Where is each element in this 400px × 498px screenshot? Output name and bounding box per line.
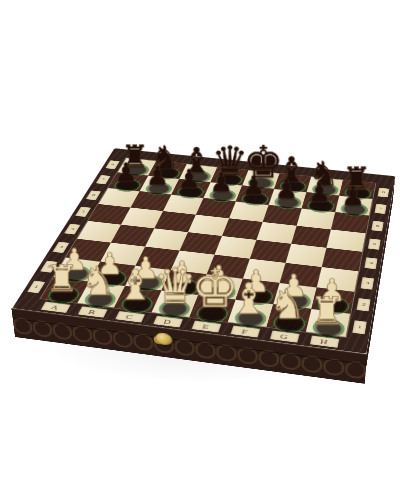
product-photo-scene: ♜♞♝♛♚♝♞♜♟♟♟♟♟♟♟♟♟♟♟♟♟♟♟♟♜♞♝♛♚♝♞♜ ABCDEFG… <box>0 0 400 498</box>
piece-white-king[interactable]: ♚ <box>191 264 230 315</box>
square-g1[interactable]: ♞ <box>267 304 312 332</box>
brass-clasp <box>156 332 173 346</box>
square-d4[interactable] <box>180 232 222 254</box>
rank-label-7-side-right: 7 <box>375 204 387 214</box>
piece-white-rook[interactable]: ♜ <box>43 261 81 296</box>
piece-black-pawn[interactable]: ♟ <box>303 181 336 206</box>
piece-black-pawn[interactable]: ♟ <box>270 178 303 203</box>
square-e4[interactable] <box>215 236 257 259</box>
board-squares: ♜♞♝♛♚♝♞♜♟♟♟♟♟♟♟♟♟♟♟♟♟♟♟♟♜♞♝♛♚♝♞♜ <box>41 158 375 337</box>
piece-black-pawn[interactable]: ♟ <box>237 174 270 199</box>
piece-black-pawn[interactable]: ♟ <box>173 168 206 193</box>
piece-black-pawn[interactable]: ♟ <box>205 171 238 196</box>
rank-label-4-side-right: 4 <box>364 257 377 269</box>
square-h1[interactable]: ♜ <box>306 309 350 337</box>
square-g4[interactable] <box>286 244 327 267</box>
piece-white-knight[interactable]: ♞ <box>268 285 307 324</box>
rank-label-7-side-left: 7 <box>96 175 111 184</box>
square-g5[interactable] <box>291 226 331 248</box>
square-b5[interactable] <box>121 208 163 229</box>
rank-label-6-side-right: 6 <box>371 220 384 231</box>
rank-label-5-side-left: 5 <box>75 206 91 216</box>
rank-label-8-side-right: 8 <box>378 187 390 197</box>
piece-white-rook[interactable]: ♜ <box>307 292 347 329</box>
rank-label-3-side-right: 3 <box>361 277 375 290</box>
square-f5[interactable] <box>256 222 296 244</box>
rank-label-6-side-left: 6 <box>86 190 101 200</box>
rank-label-4-side-left: 4 <box>64 223 80 234</box>
piece-white-queen[interactable]: ♛ <box>153 263 192 309</box>
chess-board-box: ♜♞♝♛♚♝♞♜♟♟♟♟♟♟♟♟♟♟♟♟♟♟♟♟♜♞♝♛♚♝♞♜ ABCDEFG… <box>12 148 395 354</box>
square-c5[interactable] <box>154 211 196 232</box>
rank-label-2-side-right: 2 <box>357 298 371 311</box>
rank-label-5-side-right: 5 <box>368 238 381 249</box>
piece-black-pawn[interactable]: ♟ <box>336 184 370 210</box>
piece-black-pawn[interactable]: ♟ <box>141 165 174 190</box>
square-f1[interactable]: ♝ <box>228 300 274 327</box>
piece-white-knight[interactable]: ♞ <box>79 263 117 300</box>
piece-white-bishop[interactable]: ♝ <box>229 279 268 319</box>
rank-label-1-side-right: 1 <box>352 320 367 334</box>
piece-white-bishop[interactable]: ♝ <box>116 265 155 305</box>
